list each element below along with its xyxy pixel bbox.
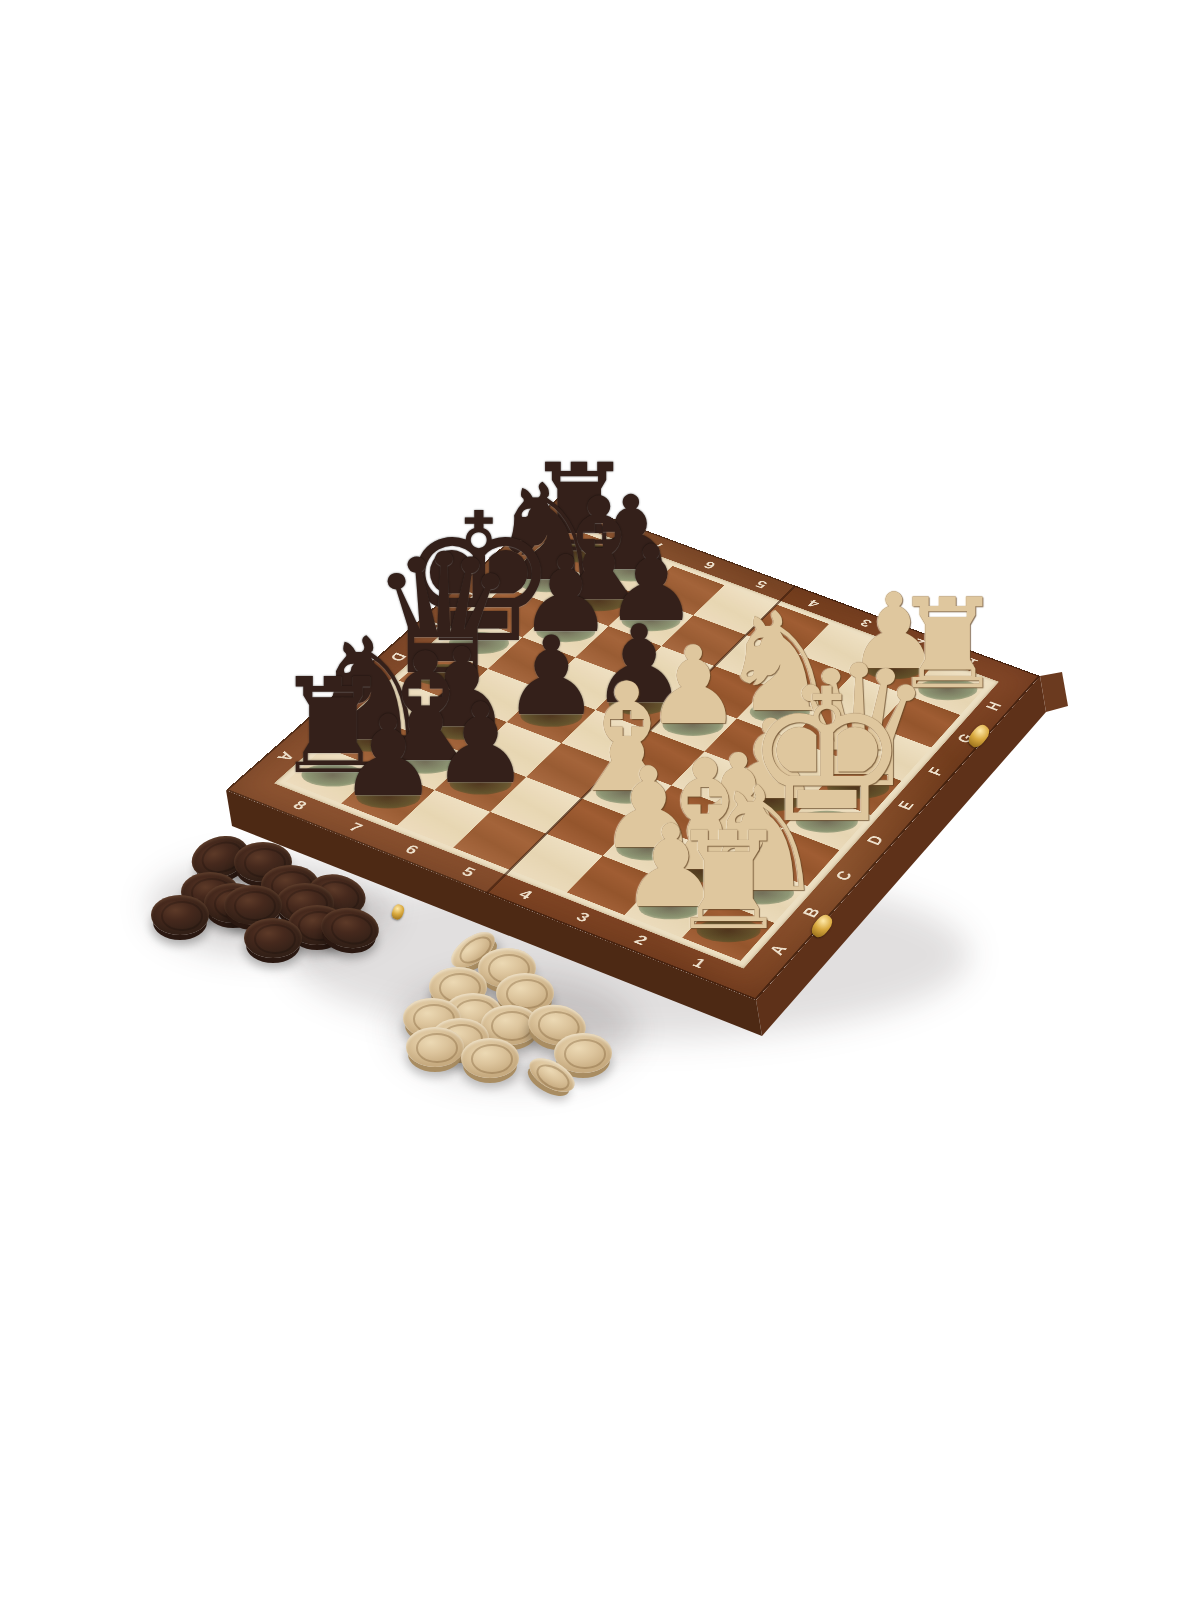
black-pawn-a7[interactable]: ♟ [338, 700, 438, 812]
dark-checker-disc-10[interactable] [244, 918, 302, 958]
black-pawn-b6[interactable]: ♟ [431, 688, 531, 799]
light-checker-disc-11[interactable] [461, 1038, 519, 1078]
dark-checker-disc-5[interactable] [151, 895, 209, 935]
product-photo-chess-set: { "game": "chess", "scene_description": … [0, 0, 1200, 1600]
light-checker-disc-10[interactable] [406, 1027, 464, 1067]
white-rook-a1[interactable]: ♜ [668, 814, 789, 949]
